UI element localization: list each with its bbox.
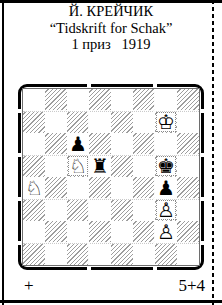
- square-f2: [133, 221, 155, 243]
- square-b1: [45, 243, 67, 265]
- square-f5: [133, 155, 155, 177]
- square-e6: [111, 133, 133, 155]
- white-knight-a4: ♘: [23, 177, 45, 199]
- square-h4: [177, 177, 199, 199]
- square-f1: [133, 243, 155, 265]
- square-a8: [23, 89, 45, 111]
- square-g4: ♟: [155, 177, 177, 199]
- square-d6: [89, 133, 111, 155]
- square-d1: [89, 243, 111, 265]
- square-c2: [67, 221, 89, 243]
- square-d5: ♜: [89, 155, 111, 177]
- border-notch: [153, 84, 157, 87]
- black-rook-d5: ♜: [89, 155, 111, 177]
- square-b6: [45, 133, 67, 155]
- frame-line-bottom: [0, 300, 222, 303]
- square-e7: [111, 111, 133, 133]
- square-g3: ♙: [155, 199, 177, 221]
- frame-line-left: [2, 0, 4, 305]
- square-h6: [177, 133, 199, 155]
- white-king-g7: ♔: [155, 111, 177, 133]
- square-e2: [111, 221, 133, 243]
- chessboard: ♔♟♘♜♚♘♟♙♙: [22, 88, 200, 266]
- square-e8: [111, 89, 133, 111]
- square-f4: [133, 177, 155, 199]
- square-h7: [177, 111, 199, 133]
- square-b5: [45, 155, 67, 177]
- square-c1: [67, 243, 89, 265]
- square-c7: [67, 111, 89, 133]
- black-pawn-g4: ♟: [155, 177, 177, 199]
- square-b8: [45, 89, 67, 111]
- square-f7: [133, 111, 155, 133]
- white-pawn-g2: ♙: [155, 221, 177, 243]
- square-a7: [23, 111, 45, 133]
- source-title: “Tidskrift for Schak”: [8, 20, 214, 37]
- black-pawn-c6: ♟: [67, 133, 89, 155]
- square-h2: [177, 221, 199, 243]
- square-e3: [111, 199, 133, 221]
- border-notch: [87, 267, 91, 270]
- square-e1: [111, 243, 133, 265]
- square-f8: [133, 89, 155, 111]
- square-h1: [177, 243, 199, 265]
- square-a6: [23, 133, 45, 155]
- square-d8: [89, 89, 111, 111]
- square-f6: [133, 133, 155, 155]
- header: Й. КРЕЙЧИК “Tidskrift for Schak” 1 приз …: [8, 3, 214, 53]
- square-g1: [155, 243, 177, 265]
- composer-name: Й. КРЕЙЧИК: [8, 3, 214, 20]
- square-c6: ♟: [67, 133, 89, 155]
- square-g7: ♔: [155, 111, 177, 133]
- square-c4: [67, 177, 89, 199]
- square-h5: [177, 155, 199, 177]
- border-notch: [201, 241, 204, 245]
- square-c3: [67, 199, 89, 221]
- chessboard-frame: ♔♟♘♜♚♘♟♙♙: [18, 84, 204, 270]
- border-notch: [18, 197, 21, 201]
- chessboard-grid: ♔♟♘♜♚♘♟♙♙: [23, 89, 199, 265]
- square-g6: [155, 133, 177, 155]
- square-d2: [89, 221, 111, 243]
- square-d4: [89, 177, 111, 199]
- problem-diagram-card: Й. КРЕЙЧИК “Tidskrift for Schak” 1 приз …: [0, 0, 222, 305]
- square-a4: ♘: [23, 177, 45, 199]
- black-king-g5: ♚: [155, 155, 177, 177]
- border-notch: [18, 153, 21, 157]
- square-h8: [177, 89, 199, 111]
- material-count: 5+4: [178, 277, 205, 295]
- border-notch: [87, 84, 91, 87]
- square-a3: [23, 199, 45, 221]
- square-a1: [23, 243, 45, 265]
- square-g2: ♙: [155, 221, 177, 243]
- square-d3: [89, 199, 111, 221]
- square-a2: [23, 221, 45, 243]
- border-notch: [201, 197, 204, 201]
- border-notch: [18, 241, 21, 245]
- square-b7: [45, 111, 67, 133]
- award-year: 1 приз 1919: [8, 36, 214, 53]
- square-g8: [155, 89, 177, 111]
- border-notch: [153, 267, 157, 270]
- stipulation-symbol: +: [24, 277, 34, 295]
- white-knight-c5: ♘: [67, 155, 89, 177]
- border-notch: [201, 153, 204, 157]
- border-notch: [201, 109, 204, 113]
- square-h3: [177, 199, 199, 221]
- square-c5: ♘: [67, 155, 89, 177]
- border-notch: [18, 109, 21, 113]
- square-e5: [111, 155, 133, 177]
- white-pawn-g3: ♙: [155, 199, 177, 221]
- square-b2: [45, 221, 67, 243]
- square-a5: [23, 155, 45, 177]
- square-b4: [45, 177, 67, 199]
- square-b3: [45, 199, 67, 221]
- square-c8: [67, 89, 89, 111]
- square-e4: [111, 177, 133, 199]
- square-f3: [133, 199, 155, 221]
- square-d7: [89, 111, 111, 133]
- square-g5: ♚: [155, 155, 177, 177]
